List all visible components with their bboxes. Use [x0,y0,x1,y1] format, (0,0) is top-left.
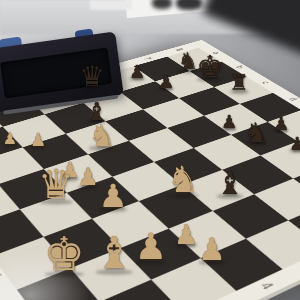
black-king-e8[interactable]: ♚ [197,52,224,82]
white-queen-d1[interactable]: ♛ [38,164,74,204]
black-queen-a5[interactable]: ♛ [79,63,104,91]
white-knight-f3[interactable]: ♞ [167,162,199,198]
black-pawn-b6[interactable]: ♟ [129,63,145,81]
black-knight-d7[interactable]: ♞ [178,50,199,73]
white-pawn-f2[interactable]: ♟ [135,229,167,265]
black-pawn-e6[interactable]: ♟ [221,113,237,131]
white-pawn-h2[interactable]: ♟ [198,234,226,265]
photo-stage: abcdefgh8877665544332211abcdefgh ♞♟♚♛♟♜♝… [0,0,300,300]
black-pawn-f7[interactable]: ♟ [273,115,289,133]
black-rook-f8[interactable]: ♜ [229,72,249,94]
white-pawn-a2[interactable]: ♟ [3,131,17,147]
black-pawn-g7[interactable]: ♟ [289,135,300,153]
white-pawn-b2[interactable]: ♟ [30,131,46,149]
white-pawn-d2[interactable]: ♟ [77,165,99,189]
white-bishop-f1[interactable]: ♝ [94,231,133,275]
black-knight-f6[interactable]: ♞ [244,119,268,146]
black-pawn-c6[interactable]: ♟ [158,73,174,91]
pieces-layer: ♞♟♚♛♟♜♝♟♟♞♟♟♞♟♟♟♞♝♛♟♟♟♟♝♚ [0,0,300,300]
white-knight-c3[interactable]: ♞ [89,121,116,151]
white-pawn-e2[interactable]: ♟ [99,180,128,212]
white-pawn-g2[interactable]: ♟ [174,221,198,248]
white-king-e1[interactable]: ♚ [43,231,84,277]
black-bishop-g4[interactable]: ♝ [216,168,244,199]
